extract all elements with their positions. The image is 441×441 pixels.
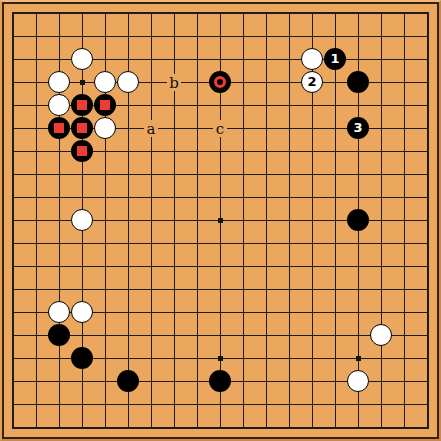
- black-stone: [48, 324, 70, 346]
- square-mark: [77, 146, 87, 156]
- board-grid: bac123: [2, 2, 439, 439]
- star-point: [218, 218, 223, 223]
- square-mark: [77, 100, 87, 110]
- point-label-a: a: [144, 120, 158, 137]
- move-number-3: 3: [347, 117, 369, 139]
- white-stone: [71, 209, 93, 231]
- white-stone: [71, 301, 93, 323]
- star-point: [218, 356, 223, 361]
- white-stone: [48, 301, 70, 323]
- white-stone: [48, 94, 70, 116]
- move-number-1: 1: [324, 48, 346, 70]
- black-stone: [347, 71, 369, 93]
- white-stone: [94, 117, 116, 139]
- move-number-2: 2: [301, 71, 323, 93]
- star-point: [80, 80, 85, 85]
- square-mark: [100, 100, 110, 110]
- square-mark: [54, 123, 64, 133]
- go-board: bac123: [0, 0, 441, 441]
- point-label-c: c: [213, 120, 227, 137]
- circle-mark: [214, 76, 226, 88]
- black-stone: [71, 347, 93, 369]
- white-stone: [48, 71, 70, 93]
- point-label-b: b: [167, 74, 181, 91]
- white-stone: [71, 48, 93, 70]
- black-stone: [117, 370, 139, 392]
- white-stone: [301, 48, 323, 70]
- white-stone: [347, 370, 369, 392]
- black-stone: [209, 370, 231, 392]
- white-stone: [94, 71, 116, 93]
- black-stone: [347, 209, 369, 231]
- white-stone: [117, 71, 139, 93]
- white-stone: [370, 324, 392, 346]
- star-point: [356, 356, 361, 361]
- square-mark: [77, 123, 87, 133]
